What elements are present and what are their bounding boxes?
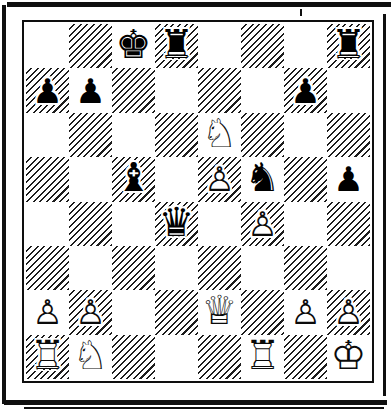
square-h8[interactable]: ♜: [327, 24, 370, 68]
square-g8[interactable]: [284, 24, 327, 68]
square-f2[interactable]: [241, 290, 284, 334]
square-f6[interactable]: [241, 113, 284, 157]
square-a5[interactable]: [26, 157, 69, 201]
white-rook: ♜♖: [241, 335, 284, 379]
square-b4[interactable]: [69, 202, 112, 246]
square-h7[interactable]: [327, 68, 370, 112]
square-a4[interactable]: [26, 202, 69, 246]
scan-frame-tick: [300, 9, 302, 16]
square-d4[interactable]: ♛: [155, 202, 198, 246]
square-a2[interactable]: ♟♙: [26, 290, 69, 334]
square-f1[interactable]: ♜♖: [241, 335, 284, 379]
white-knight: ♞♘: [69, 335, 112, 379]
black-king: ♚: [112, 24, 155, 68]
square-f3[interactable]: [241, 246, 284, 290]
white-knight: ♞♘: [198, 113, 241, 157]
square-e2[interactable]: ♛♕: [198, 290, 241, 334]
square-d7[interactable]: [155, 68, 198, 112]
square-d2[interactable]: [155, 290, 198, 334]
square-f5[interactable]: ♞: [241, 157, 284, 201]
white-queen: ♛♕: [198, 290, 241, 334]
square-e3[interactable]: [198, 246, 241, 290]
square-g2[interactable]: ♟♙: [284, 290, 327, 334]
black-knight: ♞: [241, 157, 284, 201]
square-d1[interactable]: [155, 335, 198, 379]
square-f4[interactable]: ♟♙: [241, 202, 284, 246]
square-c7[interactable]: [112, 68, 155, 112]
square-f7[interactable]: [241, 68, 284, 112]
square-f8[interactable]: [241, 24, 284, 68]
square-b6[interactable]: [69, 113, 112, 157]
square-e1[interactable]: [198, 335, 241, 379]
square-b7[interactable]: ♟: [69, 68, 112, 112]
square-b2[interactable]: ♟♙: [69, 290, 112, 334]
black-pawn: ♟: [284, 68, 327, 112]
scan-frame-bottom-thin: [24, 407, 384, 409]
square-h3[interactable]: [327, 246, 370, 290]
white-pawn: ♟♙: [241, 202, 284, 246]
square-d3[interactable]: [155, 246, 198, 290]
square-b8[interactable]: [69, 24, 112, 68]
square-h6[interactable]: [327, 113, 370, 157]
square-d6[interactable]: [155, 113, 198, 157]
square-b1[interactable]: ♞♘: [69, 335, 112, 379]
square-g6[interactable]: [284, 113, 327, 157]
square-g5[interactable]: [284, 157, 327, 201]
square-a7[interactable]: ♟: [26, 68, 69, 112]
square-e6[interactable]: ♞♘: [198, 113, 241, 157]
scan-frame-left: [2, 5, 6, 404]
white-pawn: ♟♙: [198, 157, 241, 201]
square-h5[interactable]: ♟: [327, 157, 370, 201]
square-c1[interactable]: [112, 335, 155, 379]
square-a3[interactable]: [26, 246, 69, 290]
black-bishop: ♝: [112, 157, 155, 201]
scan-frame-bottom: [4, 400, 387, 405]
square-a8[interactable]: [26, 24, 69, 68]
black-rook: ♜: [155, 24, 198, 68]
white-pawn: ♟♙: [69, 290, 112, 334]
square-d5[interactable]: [155, 157, 198, 201]
scan-frame-top: [7, 2, 391, 7]
square-g7[interactable]: ♟: [284, 68, 327, 112]
black-pawn: ♟: [69, 68, 112, 112]
white-pawn: ♟♙: [327, 290, 370, 334]
black-rook: ♜: [327, 24, 370, 68]
square-c4[interactable]: [112, 202, 155, 246]
chess-board-grid: ♚♜♜♟♟♟♞♘♝♟♙♞♟♛♟♙♟♙♟♙♛♕♟♙♟♙♜♖♞♘♜♖♚♔: [26, 24, 370, 379]
square-a6[interactable]: [26, 113, 69, 157]
square-c3[interactable]: [112, 246, 155, 290]
chess-board: ♚♜♜♟♟♟♞♘♝♟♙♞♟♛♟♙♟♙♟♙♛♕♟♙♟♙♜♖♞♘♜♖♚♔: [22, 20, 374, 383]
black-pawn: ♟: [327, 157, 370, 201]
scan-frame-right: [383, 14, 386, 396]
white-king: ♚♔: [327, 335, 370, 379]
white-rook: ♜♖: [26, 335, 69, 379]
square-a1[interactable]: ♜♖: [26, 335, 69, 379]
black-queen: ♛: [155, 202, 198, 246]
square-h2[interactable]: ♟♙: [327, 290, 370, 334]
square-h4[interactable]: [327, 202, 370, 246]
square-c8[interactable]: ♚: [112, 24, 155, 68]
square-c5[interactable]: ♝: [112, 157, 155, 201]
square-b3[interactable]: [69, 246, 112, 290]
square-e4[interactable]: [198, 202, 241, 246]
square-c2[interactable]: [112, 290, 155, 334]
square-e8[interactable]: [198, 24, 241, 68]
square-d8[interactable]: ♜: [155, 24, 198, 68]
square-h1[interactable]: ♚♔: [327, 335, 370, 379]
square-g1[interactable]: [284, 335, 327, 379]
square-b5[interactable]: [69, 157, 112, 201]
black-pawn: ♟: [26, 68, 69, 112]
square-e7[interactable]: [198, 68, 241, 112]
square-g3[interactable]: [284, 246, 327, 290]
square-c6[interactable]: [112, 113, 155, 157]
square-g4[interactable]: [284, 202, 327, 246]
white-pawn: ♟♙: [284, 290, 327, 334]
square-e5[interactable]: ♟♙: [198, 157, 241, 201]
white-pawn: ♟♙: [26, 290, 69, 334]
